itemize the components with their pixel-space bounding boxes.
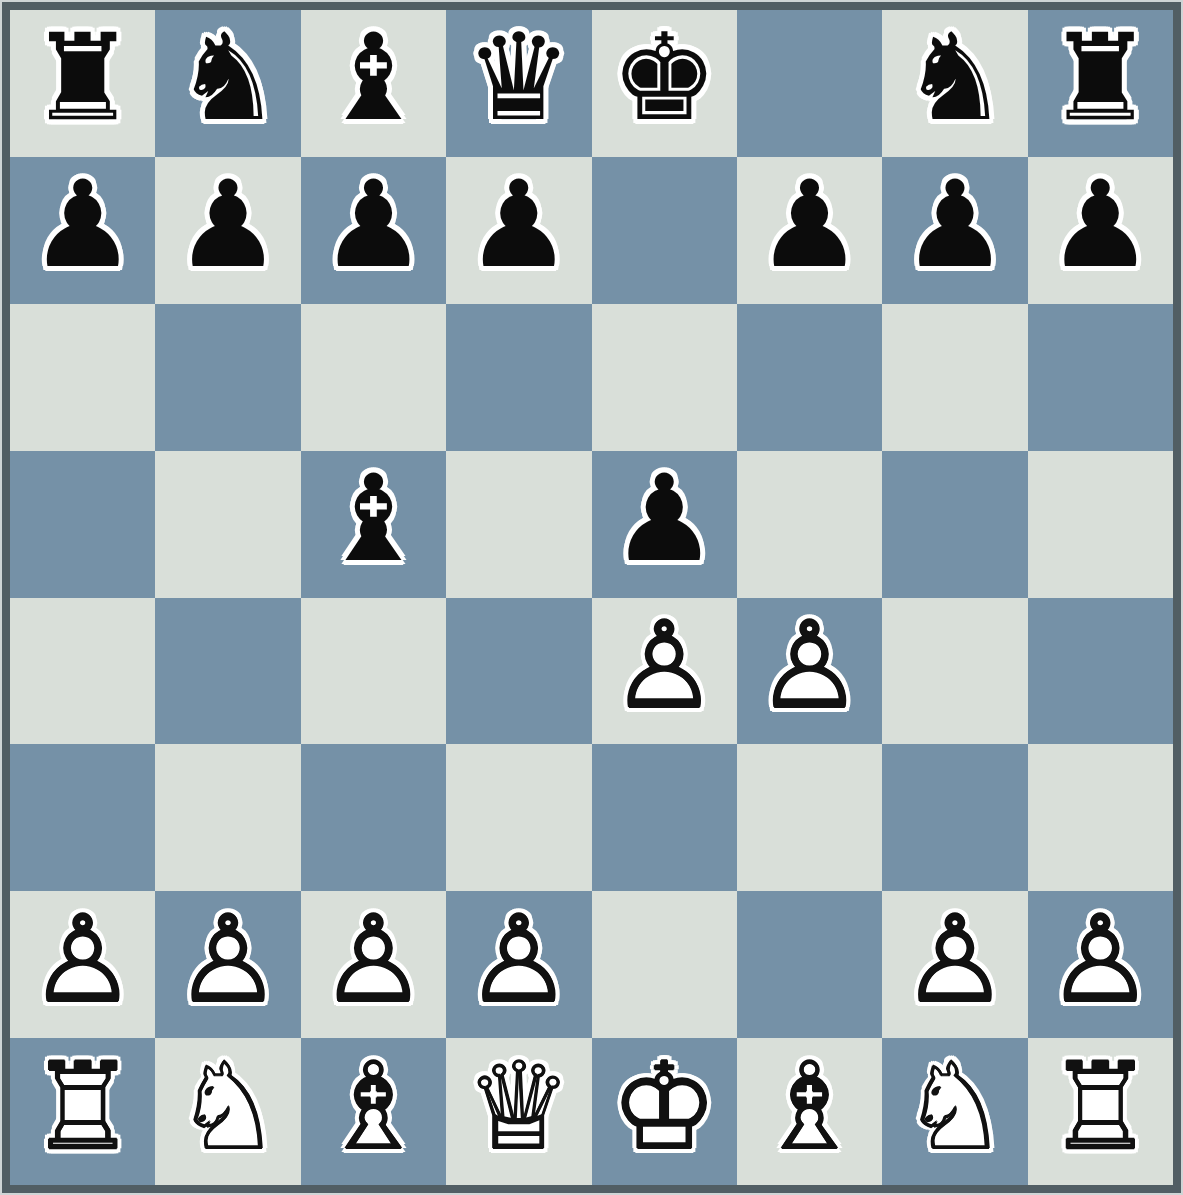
black-rook-icon: ♜ [1047,19,1155,139]
square-b1[interactable]: ♞♘ [155,1038,300,1185]
piece-black-pawn[interactable]: ♟ [155,157,300,304]
black-pawn-icon: ♟ [901,166,1009,286]
square-a4[interactable] [10,598,155,745]
black-pawn-icon: ♟ [465,166,573,286]
piece-black-knight[interactable]: ♞ [882,10,1027,157]
square-a7[interactable]: ♟ [10,157,155,304]
white-pawn-outline-icon: ♙ [174,900,282,1020]
square-f8[interactable] [737,10,882,157]
piece-white-rook[interactable]: ♜♖ [1028,1038,1173,1185]
square-f6[interactable] [737,304,882,451]
square-d8[interactable]: ♛ [446,10,591,157]
square-h1[interactable]: ♜♖ [1028,1038,1173,1185]
square-d4[interactable] [446,598,591,745]
piece-white-pawn[interactable]: ♟♙ [592,598,737,745]
white-pawn-outline-icon: ♙ [465,900,573,1020]
square-b8[interactable]: ♞ [155,10,300,157]
white-pawn-outline-icon: ♙ [756,606,864,726]
square-d2[interactable]: ♟♙ [446,891,591,1038]
square-h6[interactable] [1028,304,1173,451]
piece-black-queen[interactable]: ♛ [446,10,591,157]
piece-black-pawn[interactable]: ♟ [737,157,882,304]
black-knight-icon: ♞ [174,19,282,139]
square-b7[interactable]: ♟ [155,157,300,304]
square-a8[interactable]: ♜ [10,10,155,157]
square-b6[interactable] [155,304,300,451]
black-bishop-icon: ♝ [320,459,428,579]
chess-board: ♜♞♝♛♚♞♜♟♟♟♟♟♟♟♝♟♟♙♟♙♟♙♟♙♟♙♟♙♟♙♟♙♜♖♞♘♝♗♛♕… [10,10,1173,1185]
piece-black-pawn[interactable]: ♟ [301,157,446,304]
square-f1[interactable]: ♝♗ [737,1038,882,1185]
square-d6[interactable] [446,304,591,451]
white-bishop-outline-icon: ♗ [756,1047,864,1167]
square-c8[interactable]: ♝ [301,10,446,157]
square-g5[interactable] [882,451,1027,598]
square-f4[interactable]: ♟♙ [737,598,882,745]
piece-black-bishop[interactable]: ♝ [301,10,446,157]
square-a1[interactable]: ♜♖ [10,1038,155,1185]
piece-white-pawn[interactable]: ♟♙ [446,891,591,1038]
white-knight-outline-icon: ♘ [901,1047,1009,1167]
white-pawn-outline-icon: ♙ [320,900,428,1020]
square-b3[interactable] [155,744,300,891]
black-king-icon: ♚ [610,19,718,139]
piece-black-bishop[interactable]: ♝ [301,451,446,598]
piece-white-pawn[interactable]: ♟♙ [10,891,155,1038]
piece-black-rook[interactable]: ♜ [1028,10,1173,157]
square-g3[interactable] [882,744,1027,891]
square-d7[interactable]: ♟ [446,157,591,304]
square-a6[interactable] [10,304,155,451]
square-g1[interactable]: ♞♘ [882,1038,1027,1185]
square-d1[interactable]: ♛♕ [446,1038,591,1185]
piece-black-pawn[interactable]: ♟ [10,157,155,304]
black-queen-icon: ♛ [465,19,573,139]
piece-black-knight[interactable]: ♞ [155,10,300,157]
square-c7[interactable]: ♟ [301,157,446,304]
square-c6[interactable] [301,304,446,451]
white-pawn-outline-icon: ♙ [901,900,1009,1020]
white-knight-outline-icon: ♘ [174,1047,282,1167]
black-pawn-icon: ♟ [1047,166,1155,286]
white-pawn-outline-icon: ♙ [1047,900,1155,1020]
black-bishop-icon: ♝ [320,19,428,139]
piece-white-pawn[interactable]: ♟♙ [301,891,446,1038]
square-h7[interactable]: ♟ [1028,157,1173,304]
square-e1[interactable]: ♚♔ [592,1038,737,1185]
piece-white-king[interactable]: ♚♔ [592,1038,737,1185]
square-c5[interactable]: ♝ [301,451,446,598]
square-a3[interactable] [10,744,155,891]
square-e6[interactable] [592,304,737,451]
square-g6[interactable] [882,304,1027,451]
square-c4[interactable] [301,598,446,745]
piece-white-pawn[interactable]: ♟♙ [155,891,300,1038]
square-f2[interactable] [737,891,882,1038]
square-b2[interactable]: ♟♙ [155,891,300,1038]
piece-white-bishop[interactable]: ♝♗ [737,1038,882,1185]
square-g2[interactable]: ♟♙ [882,891,1027,1038]
white-king-outline-icon: ♔ [610,1047,718,1167]
black-pawn-icon: ♟ [756,166,864,286]
square-e4[interactable]: ♟♙ [592,598,737,745]
piece-black-rook[interactable]: ♜ [10,10,155,157]
white-rook-outline-icon: ♖ [29,1047,137,1167]
black-rook-icon: ♜ [29,19,137,139]
piece-white-queen[interactable]: ♛♕ [446,1038,591,1185]
square-c1[interactable]: ♝♗ [301,1038,446,1185]
piece-white-pawn[interactable]: ♟♙ [882,891,1027,1038]
piece-black-pawn[interactable]: ♟ [592,451,737,598]
piece-white-knight[interactable]: ♞♘ [155,1038,300,1185]
square-g7[interactable]: ♟ [882,157,1027,304]
white-bishop-outline-icon: ♗ [320,1047,428,1167]
square-h3[interactable] [1028,744,1173,891]
black-pawn-icon: ♟ [29,166,137,286]
square-h5[interactable] [1028,451,1173,598]
piece-black-king[interactable]: ♚ [592,10,737,157]
black-knight-icon: ♞ [901,19,1009,139]
square-c2[interactable]: ♟♙ [301,891,446,1038]
piece-black-pawn[interactable]: ♟ [446,157,591,304]
piece-black-pawn[interactable]: ♟ [1028,157,1173,304]
piece-white-bishop[interactable]: ♝♗ [301,1038,446,1185]
piece-black-pawn[interactable]: ♟ [882,157,1027,304]
black-pawn-icon: ♟ [610,459,718,579]
board-frame: ♜♞♝♛♚♞♜♟♟♟♟♟♟♟♝♟♟♙♟♙♟♙♟♙♟♙♟♙♟♙♟♙♜♖♞♘♝♗♛♕… [2,2,1181,1193]
white-rook-outline-icon: ♖ [1047,1047,1155,1167]
square-h4[interactable] [1028,598,1173,745]
square-b4[interactable] [155,598,300,745]
square-b5[interactable] [155,451,300,598]
square-e5[interactable]: ♟ [592,451,737,598]
piece-white-pawn[interactable]: ♟♙ [1028,891,1173,1038]
square-g8[interactable]: ♞ [882,10,1027,157]
square-h2[interactable]: ♟♙ [1028,891,1173,1038]
square-h8[interactable]: ♜ [1028,10,1173,157]
square-e8[interactable]: ♚ [592,10,737,157]
piece-white-pawn[interactable]: ♟♙ [737,598,882,745]
square-a5[interactable] [10,451,155,598]
square-f3[interactable] [737,744,882,891]
white-queen-outline-icon: ♕ [465,1047,573,1167]
square-e3[interactable] [592,744,737,891]
piece-white-rook[interactable]: ♜♖ [10,1038,155,1185]
black-pawn-icon: ♟ [174,166,282,286]
square-f7[interactable]: ♟ [737,157,882,304]
square-d3[interactable] [446,744,591,891]
square-d5[interactable] [446,451,591,598]
white-pawn-outline-icon: ♙ [29,900,137,1020]
square-a2[interactable]: ♟♙ [10,891,155,1038]
square-e7[interactable] [592,157,737,304]
square-e2[interactable] [592,891,737,1038]
square-c3[interactable] [301,744,446,891]
black-pawn-icon: ♟ [320,166,428,286]
piece-white-knight[interactable]: ♞♘ [882,1038,1027,1185]
square-g4[interactable] [882,598,1027,745]
square-f5[interactable] [737,451,882,598]
white-pawn-outline-icon: ♙ [610,606,718,726]
